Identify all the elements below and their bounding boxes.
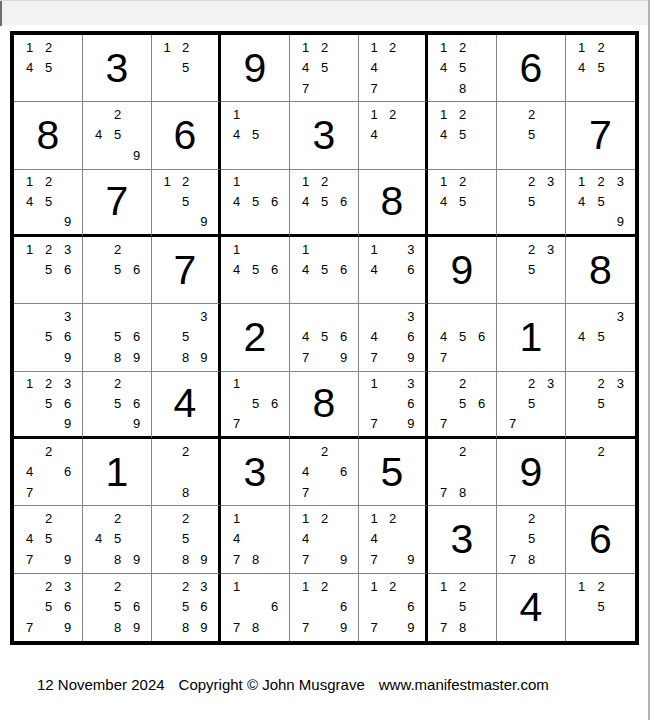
cell-r2c7[interactable]: 1245: [428, 102, 497, 169]
cell-r5c5[interactable]: 45679: [290, 304, 359, 371]
pencil-marks: 1456: [227, 239, 284, 300]
pencil-mark-4: 4: [434, 327, 453, 347]
pencil-mark-5: 5: [522, 393, 541, 413]
pencil-marks: 1245: [434, 172, 491, 231]
pencil-mark-2: 2: [315, 172, 334, 192]
cell-r1c3[interactable]: 125: [152, 35, 221, 102]
pencil-mark-9: 9: [195, 211, 213, 231]
cell-r2c3[interactable]: 6: [152, 102, 221, 169]
cell-value: 4: [497, 574, 565, 641]
pencil-mark-4: 4: [365, 327, 383, 347]
cell-r7c6[interactable]: 5: [359, 439, 428, 506]
pencil-marks: 1245: [572, 37, 630, 98]
pencil-mark-4: 4: [89, 125, 108, 145]
pencil-mark-7: 7: [20, 617, 39, 638]
cell-r2c2[interactable]: 2459: [83, 102, 152, 169]
cell-r1c8[interactable]: 6: [497, 35, 566, 102]
pencil-mark-6: 6: [265, 191, 284, 211]
pencil-marks: 235: [503, 239, 560, 300]
cell-value: 1: [497, 304, 565, 370]
pencil-mark-9: 9: [195, 617, 213, 638]
pencil-mark-4: 4: [296, 191, 315, 211]
cell-r7c1[interactable]: 2467: [14, 439, 83, 506]
pencil-marks: 123569: [20, 374, 77, 433]
pencil-mark-8: 8: [176, 347, 194, 367]
pencil-mark-7: 7: [227, 617, 246, 638]
pencil-mark-5: 5: [39, 191, 58, 211]
pencil-mark-5: 5: [453, 327, 472, 347]
pencil-marks: 12356: [20, 239, 77, 300]
pencil-mark-6: 6: [58, 461, 77, 481]
pencil-marks: 2467: [20, 441, 77, 502]
cell-r1c4[interactable]: 9: [221, 35, 290, 102]
cell-value: 8: [290, 372, 358, 436]
pencil-mark-2: 2: [315, 508, 334, 528]
pencil-marks: 1456: [296, 239, 353, 300]
pencil-mark-2: 2: [39, 576, 58, 597]
pencil-mark-1: 1: [365, 374, 383, 394]
pencil-mark-5: 5: [453, 393, 472, 413]
cell-r6c4[interactable]: 1567: [221, 372, 290, 439]
pencil-marks: 12458: [434, 37, 491, 98]
cell-r5c9[interactable]: 345: [566, 304, 635, 371]
cell-value: 6: [566, 506, 635, 572]
pencil-mark-6: 6: [402, 327, 420, 347]
cell-r3c6[interactable]: 8: [359, 170, 428, 237]
pencil-mark-5: 5: [246, 125, 265, 145]
pencil-mark-3: 3: [541, 374, 560, 394]
cell-r1c7[interactable]: 12458: [428, 35, 497, 102]
top-strip-left-edge: [0, 1, 2, 26]
cell-r5c3[interactable]: 3589: [152, 304, 221, 371]
pencil-marks: 2357: [503, 374, 560, 433]
pencil-mark-5: 5: [246, 191, 265, 211]
cell-r3c7[interactable]: 1245: [428, 170, 497, 237]
pencil-mark-2: 2: [591, 374, 610, 394]
pencil-marks: 2: [572, 441, 630, 502]
cell-r5c4[interactable]: 2: [221, 304, 290, 371]
cell-r3c8[interactable]: 235: [497, 170, 566, 237]
pencil-mark-9: 9: [58, 413, 77, 433]
pencil-mark-5: 5: [315, 191, 334, 211]
cell-r5c8[interactable]: 1: [497, 304, 566, 371]
pencil-mark-8: 8: [246, 549, 265, 569]
pencil-mark-2: 2: [176, 37, 194, 57]
pencil-mark-2: 2: [39, 374, 58, 394]
pencil-mark-7: 7: [296, 78, 315, 98]
pencil-mark-4: 4: [572, 327, 591, 347]
pencil-mark-6: 6: [265, 259, 284, 279]
cell-value: 1: [83, 439, 151, 505]
pencil-marks: 2567: [434, 374, 491, 433]
pencil-mark-7: 7: [20, 482, 39, 502]
cell-r2c5[interactable]: 3: [290, 102, 359, 169]
cell-value: 3: [290, 102, 358, 168]
cell-value: 3: [83, 35, 151, 101]
cell-r6c3[interactable]: 4: [152, 372, 221, 439]
pencil-mark-5: 5: [39, 596, 58, 617]
pencil-mark-5: 5: [246, 259, 265, 279]
cell-value: 8: [566, 237, 635, 303]
pencil-mark-5: 5: [39, 393, 58, 413]
pencil-mark-7: 7: [296, 347, 315, 367]
pencil-marks: 45679: [296, 306, 353, 367]
cell-value: 4: [152, 372, 218, 436]
pencil-marks: 24589: [89, 508, 146, 569]
pencil-mark-2: 2: [522, 374, 541, 394]
cell-r5c6[interactable]: 34679: [359, 304, 428, 371]
pencil-mark-8: 8: [246, 617, 265, 638]
cell-r2c9[interactable]: 7: [566, 102, 635, 169]
cell-r8c5[interactable]: 12479: [290, 506, 359, 573]
pencil-mark-9: 9: [58, 549, 77, 569]
cell-r3c9[interactable]: 123459: [566, 170, 635, 237]
pencil-mark-4: 4: [20, 57, 39, 77]
pencil-mark-4: 4: [227, 529, 246, 549]
cell-r3c1[interactable]: 12459: [14, 170, 83, 237]
pencil-mark-3: 3: [195, 306, 213, 326]
cell-value: 7: [566, 102, 635, 168]
pencil-marks: 3589: [158, 306, 213, 367]
cell-r7c8[interactable]: 9: [497, 439, 566, 506]
pencil-mark-6: 6: [334, 259, 353, 279]
pencil-marks: 278: [434, 441, 491, 502]
cell-r9c7[interactable]: 12578: [428, 574, 497, 641]
pencil-mark-6: 6: [402, 393, 420, 413]
pencil-mark-1: 1: [20, 374, 39, 394]
pencil-mark-1: 1: [365, 104, 383, 124]
pencil-mark-1: 1: [227, 172, 246, 192]
cell-r8c9[interactable]: 6: [566, 506, 635, 573]
pencil-mark-4: 4: [365, 125, 383, 145]
cell-r4c6[interactable]: 1346: [359, 237, 428, 304]
pencil-marks: 1259: [158, 172, 213, 231]
cell-r1c1[interactable]: 1245: [14, 35, 83, 102]
pencil-marks: 24579: [20, 508, 77, 569]
pencil-mark-5: 5: [176, 191, 194, 211]
pencil-marks: 1247: [365, 37, 420, 98]
pencil-mark-7: 7: [20, 549, 39, 569]
pencil-mark-1: 1: [365, 239, 383, 259]
pencil-mark-5: 5: [108, 529, 127, 549]
cell-value: 7: [83, 170, 151, 234]
pencil-mark-7: 7: [434, 617, 453, 638]
pencil-mark-2: 2: [39, 441, 58, 461]
pencil-mark-3: 3: [541, 172, 560, 192]
pencil-mark-2: 2: [522, 104, 541, 124]
cell-r4c7[interactable]: 9: [428, 237, 497, 304]
pencil-mark-9: 9: [127, 413, 146, 433]
pencil-marks: 1478: [227, 508, 284, 569]
cell-r1c2[interactable]: 3: [83, 35, 152, 102]
pencil-mark-5: 5: [108, 596, 127, 617]
pencil-mark-4: 4: [89, 529, 108, 549]
pencil-mark-9: 9: [402, 413, 420, 433]
pencil-mark-5: 5: [39, 327, 58, 347]
pencil-marks: 1456: [227, 172, 284, 231]
pencil-mark-2: 2: [108, 239, 127, 259]
cell-r4c8[interactable]: 235: [497, 237, 566, 304]
cell-r8c8[interactable]: 2578: [497, 506, 566, 573]
cell-r8c4[interactable]: 1478: [221, 506, 290, 573]
cell-r6c1[interactable]: 123569: [14, 372, 83, 439]
cell-r7c7[interactable]: 278: [428, 439, 497, 506]
cell-r1c5[interactable]: 12457: [290, 35, 359, 102]
pencil-mark-5: 5: [108, 125, 127, 145]
cell-r4c2[interactable]: 256: [83, 237, 152, 304]
pencil-mark-1: 1: [365, 576, 383, 597]
pencil-mark-5: 5: [315, 327, 334, 347]
pencil-mark-6: 6: [334, 191, 353, 211]
pencil-mark-4: 4: [572, 191, 591, 211]
pencil-mark-3: 3: [611, 172, 630, 192]
cell-value: 5: [359, 439, 425, 505]
pencil-mark-1: 1: [158, 172, 176, 192]
pencil-mark-6: 6: [127, 259, 146, 279]
pencil-mark-2: 2: [108, 374, 127, 394]
cell-r6c5[interactable]: 8: [290, 372, 359, 439]
cell-r5c2[interactable]: 5689: [83, 304, 152, 371]
pencil-mark-2: 2: [315, 576, 334, 597]
pencil-mark-9: 9: [402, 549, 420, 569]
pencil-mark-7: 7: [503, 413, 522, 433]
pencil-mark-3: 3: [58, 306, 77, 326]
pencil-mark-5: 5: [315, 259, 334, 279]
pencil-mark-4: 4: [227, 191, 246, 211]
pencil-marks: 345: [572, 306, 630, 367]
pencil-mark-9: 9: [58, 347, 77, 367]
pencil-mark-7: 7: [227, 549, 246, 569]
pencil-mark-2: 2: [522, 239, 541, 259]
cell-r4c5[interactable]: 1456: [290, 237, 359, 304]
pencil-mark-9: 9: [127, 347, 146, 367]
pencil-mark-2: 2: [108, 104, 127, 124]
pencil-mark-2: 2: [453, 172, 472, 192]
cell-r4c3[interactable]: 7: [152, 237, 221, 304]
footer-url: www.manifestmaster.com: [379, 676, 549, 693]
pencil-mark-6: 6: [127, 327, 146, 347]
pencil-mark-1: 1: [20, 37, 39, 57]
cell-r9c8[interactable]: 4: [497, 574, 566, 641]
pencil-mark-8: 8: [108, 549, 127, 569]
pencil-marks: 145: [227, 104, 284, 165]
pencil-mark-9: 9: [58, 211, 77, 231]
pencil-marks: 1567: [227, 374, 284, 433]
cell-r8c1[interactable]: 24579: [14, 506, 83, 573]
pencil-mark-1: 1: [434, 104, 453, 124]
cell-r6c2[interactable]: 2569: [83, 372, 152, 439]
pencil-mark-3: 3: [541, 239, 560, 259]
pencil-mark-7: 7: [365, 78, 383, 98]
cell-r4c4[interactable]: 1456: [221, 237, 290, 304]
cell-r9c1[interactable]: 235679: [14, 574, 83, 641]
pencil-mark-2: 2: [39, 239, 58, 259]
pencil-mark-5: 5: [522, 259, 541, 279]
pencil-marks: 25: [503, 104, 560, 165]
cell-r5c1[interactable]: 3569: [14, 304, 83, 371]
cell-value: 7: [152, 237, 218, 303]
pencil-mark-7: 7: [365, 347, 383, 367]
cell-value: 2: [221, 304, 289, 370]
pencil-mark-2: 2: [108, 576, 127, 597]
cell-r2c8[interactable]: 25: [497, 102, 566, 169]
pencil-marks: 1346: [365, 239, 420, 300]
cell-r5c7[interactable]: 4567: [428, 304, 497, 371]
cell-r8c7[interactable]: 3: [428, 506, 497, 573]
pencil-mark-6: 6: [472, 393, 491, 413]
cell-r6c9[interactable]: 235: [566, 372, 635, 439]
pencil-marks: 4567: [434, 306, 491, 367]
pencil-marks: 25689: [89, 576, 146, 638]
pencil-mark-4: 4: [20, 461, 39, 481]
pencil-mark-5: 5: [39, 259, 58, 279]
cell-r9c2[interactable]: 25689: [83, 574, 152, 641]
pencil-marks: 1678: [227, 576, 284, 638]
pencil-mark-5: 5: [591, 57, 610, 77]
pencil-mark-4: 4: [227, 259, 246, 279]
cell-value: 6: [152, 102, 218, 168]
pencil-mark-4: 4: [296, 461, 315, 481]
cell-r6c6[interactable]: 13679: [359, 372, 428, 439]
pencil-mark-2: 2: [383, 508, 401, 528]
pencil-mark-4: 4: [20, 191, 39, 211]
pencil-mark-7: 7: [503, 549, 522, 569]
pencil-mark-6: 6: [472, 327, 491, 347]
cell-r1c9[interactable]: 1245: [566, 35, 635, 102]
pencil-marks: 2569: [89, 374, 146, 433]
pencil-mark-2: 2: [39, 37, 58, 57]
pencil-mark-5: 5: [39, 57, 58, 77]
pencil-mark-4: 4: [296, 529, 315, 549]
cell-r7c3[interactable]: 28: [152, 439, 221, 506]
pencil-mark-8: 8: [108, 347, 127, 367]
cell-r8c2[interactable]: 24589: [83, 506, 152, 573]
pencil-mark-9: 9: [195, 347, 213, 367]
pencil-mark-1: 1: [365, 508, 383, 528]
pencil-mark-7: 7: [296, 482, 315, 502]
pencil-mark-1: 1: [20, 239, 39, 259]
cell-r2c4[interactable]: 145: [221, 102, 290, 169]
cell-value: 9: [428, 237, 496, 303]
pencil-marks: 12459: [20, 172, 77, 231]
pencil-mark-6: 6: [127, 393, 146, 413]
pencil-mark-5: 5: [453, 125, 472, 145]
cell-r3c2[interactable]: 7: [83, 170, 152, 237]
pencil-mark-8: 8: [176, 482, 194, 502]
cell-r6c8[interactable]: 2357: [497, 372, 566, 439]
pencil-mark-3: 3: [58, 239, 77, 259]
cell-r2c6[interactable]: 124: [359, 102, 428, 169]
pencil-marks: 28: [158, 441, 213, 502]
cell-r8c3[interactable]: 2589: [152, 506, 221, 573]
pencil-mark-5: 5: [591, 327, 610, 347]
pencil-mark-4: 4: [365, 57, 383, 77]
pencil-marks: 235679: [20, 576, 77, 638]
pencil-mark-5: 5: [522, 125, 541, 145]
cell-r9c4[interactable]: 1678: [221, 574, 290, 641]
pencil-marks: 256: [89, 239, 146, 300]
pencil-mark-7: 7: [365, 617, 383, 638]
top-strip: [0, 0, 650, 25]
cell-r9c6[interactable]: 12679: [359, 574, 428, 641]
cell-r7c2[interactable]: 1: [83, 439, 152, 506]
pencil-mark-2: 2: [522, 172, 541, 192]
pencil-marks: 5689: [89, 306, 146, 367]
pencil-mark-1: 1: [227, 508, 246, 528]
cell-value: 3: [221, 439, 289, 505]
pencil-mark-6: 6: [127, 596, 146, 617]
pencil-mark-2: 2: [453, 37, 472, 57]
cell-r1c6[interactable]: 1247: [359, 35, 428, 102]
pencil-mark-4: 4: [227, 125, 246, 145]
pencil-marks: 125: [572, 576, 630, 638]
pencil-mark-8: 8: [176, 549, 194, 569]
pencil-mark-4: 4: [365, 259, 383, 279]
pencil-mark-1: 1: [227, 104, 246, 124]
pencil-mark-3: 3: [402, 239, 420, 259]
pencil-marks: 123459: [572, 172, 630, 231]
pencil-marks: 12578: [434, 576, 491, 638]
pencil-mark-8: 8: [522, 549, 541, 569]
cell-r7c9[interactable]: 2: [566, 439, 635, 506]
cell-r2c1[interactable]: 8: [14, 102, 83, 169]
pencil-mark-5: 5: [591, 596, 610, 617]
pencil-mark-2: 2: [383, 37, 401, 57]
pencil-mark-1: 1: [572, 576, 591, 597]
cell-r9c5[interactable]: 12679: [290, 574, 359, 641]
pencil-mark-9: 9: [611, 211, 630, 231]
pencil-mark-1: 1: [227, 576, 246, 597]
cell-r3c4[interactable]: 1456: [221, 170, 290, 237]
pencil-mark-9: 9: [402, 347, 420, 367]
cell-r9c3[interactable]: 235689: [152, 574, 221, 641]
cell-r9c9[interactable]: 125: [566, 574, 635, 641]
cell-r8c6[interactable]: 12479: [359, 506, 428, 573]
pencil-mark-6: 6: [58, 596, 77, 617]
cell-r7c5[interactable]: 2467: [290, 439, 359, 506]
cell-r3c5[interactable]: 12456: [290, 170, 359, 237]
pencil-mark-2: 2: [315, 37, 334, 57]
pencil-marks: 235: [572, 374, 630, 433]
cell-r6c7[interactable]: 2567: [428, 372, 497, 439]
pencil-mark-1: 1: [434, 172, 453, 192]
cell-r4c9[interactable]: 8: [566, 237, 635, 304]
pencil-mark-5: 5: [108, 327, 127, 347]
pencil-mark-3: 3: [58, 576, 77, 597]
cell-r7c4[interactable]: 3: [221, 439, 290, 506]
pencil-mark-3: 3: [195, 576, 213, 597]
pencil-mark-4: 4: [434, 125, 453, 145]
pencil-mark-8: 8: [453, 617, 472, 638]
cell-r4c1[interactable]: 12356: [14, 237, 83, 304]
cell-value: 3: [428, 506, 496, 572]
footer-copyright: Copyright © John Musgrave: [179, 676, 365, 693]
cell-value: 8: [14, 102, 82, 168]
cell-r3c3[interactable]: 1259: [152, 170, 221, 237]
pencil-mark-1: 1: [296, 172, 315, 192]
pencil-mark-2: 2: [176, 508, 194, 528]
pencil-mark-9: 9: [334, 347, 353, 367]
pencil-mark-5: 5: [453, 191, 472, 211]
pencil-marks: 12479: [296, 508, 353, 569]
pencil-mark-6: 6: [402, 596, 420, 617]
pencil-mark-6: 6: [265, 393, 284, 413]
pencil-mark-4: 4: [434, 57, 453, 77]
pencil-mark-1: 1: [572, 37, 591, 57]
pencil-mark-7: 7: [296, 617, 315, 638]
pencil-mark-1: 1: [296, 508, 315, 528]
pencil-marks: 1245: [434, 104, 491, 165]
